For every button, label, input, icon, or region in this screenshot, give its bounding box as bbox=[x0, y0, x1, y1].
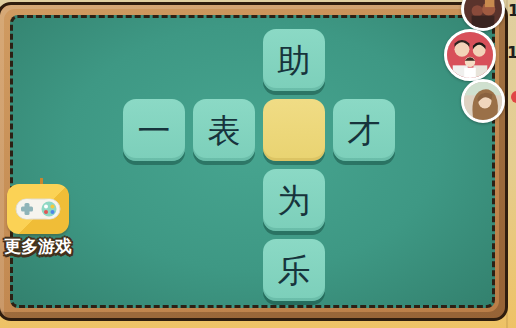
player-photo-avatar[interactable] bbox=[461, 79, 505, 123]
puzzle-grid: 助一表才为乐 bbox=[123, 29, 395, 301]
more-games-label: 更多游戏 bbox=[4, 235, 82, 258]
rank-badge: 1 bbox=[508, 1, 516, 20]
gamepad-icon bbox=[7, 184, 69, 234]
char-tile[interactable]: 为 bbox=[263, 169, 325, 231]
more-games-button[interactable]: 更多游戏 bbox=[4, 184, 82, 258]
notification-badge-cut bbox=[511, 91, 516, 103]
char-tile[interactable]: 乐 bbox=[263, 239, 325, 301]
answer-slot[interactable] bbox=[263, 99, 325, 161]
rank-badge: 1 bbox=[507, 43, 516, 62]
char-tile[interactable]: 一 bbox=[123, 99, 185, 161]
char-tile[interactable]: 才 bbox=[333, 99, 395, 161]
char-tile[interactable]: 助 bbox=[263, 29, 325, 91]
game-screen: { "game": "chinese-idiom-crossword (成语填字… bbox=[0, 0, 516, 328]
char-tile[interactable]: 表 bbox=[193, 99, 255, 161]
family-avatar-illustration[interactable] bbox=[444, 29, 496, 81]
